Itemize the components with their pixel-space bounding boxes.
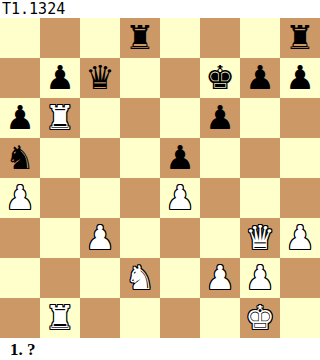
- square-h6[interactable]: [280, 98, 320, 138]
- square-f6[interactable]: ♟: [200, 98, 240, 138]
- black-pawn-piece: ♟: [245, 58, 275, 98]
- square-c8[interactable]: [80, 18, 120, 58]
- square-f3[interactable]: [200, 218, 240, 258]
- square-g5[interactable]: [240, 138, 280, 178]
- square-f8[interactable]: [200, 18, 240, 58]
- square-h2[interactable]: [280, 258, 320, 298]
- square-c4[interactable]: [80, 178, 120, 218]
- chess-board: ♜♜♟♛♚♟♟♟♜♟♞♟♟♟♟♛♟♞♟♟♜♚: [0, 18, 320, 338]
- square-e5[interactable]: ♟: [160, 138, 200, 178]
- black-rook-piece: ♜: [125, 18, 155, 58]
- square-g7[interactable]: ♟: [240, 58, 280, 98]
- black-rook-piece: ♜: [285, 18, 315, 58]
- square-a2[interactable]: [0, 258, 40, 298]
- square-g1[interactable]: ♚: [240, 298, 280, 338]
- white-pawn-piece: ♟: [205, 258, 235, 298]
- black-queen-piece: ♛: [85, 58, 115, 98]
- black-pawn-piece: ♟: [285, 58, 315, 98]
- white-king-piece: ♚: [245, 298, 275, 338]
- square-g4[interactable]: [240, 178, 280, 218]
- square-h8[interactable]: ♜: [280, 18, 320, 58]
- square-d1[interactable]: [120, 298, 160, 338]
- square-c2[interactable]: [80, 258, 120, 298]
- square-g6[interactable]: [240, 98, 280, 138]
- black-knight-piece: ♞: [5, 138, 35, 178]
- square-h7[interactable]: ♟: [280, 58, 320, 98]
- move-prompt: 1. ?: [0, 338, 320, 360]
- square-c3[interactable]: ♟: [80, 218, 120, 258]
- square-b5[interactable]: [40, 138, 80, 178]
- black-king-piece: ♚: [205, 58, 235, 98]
- square-a1[interactable]: [0, 298, 40, 338]
- puzzle-title: T1.1324: [0, 0, 320, 18]
- square-f7[interactable]: ♚: [200, 58, 240, 98]
- square-a3[interactable]: [0, 218, 40, 258]
- square-b3[interactable]: [40, 218, 80, 258]
- square-a6[interactable]: ♟: [0, 98, 40, 138]
- square-e3[interactable]: [160, 218, 200, 258]
- square-a5[interactable]: ♞: [0, 138, 40, 178]
- square-h3[interactable]: ♟: [280, 218, 320, 258]
- square-h4[interactable]: [280, 178, 320, 218]
- square-e7[interactable]: [160, 58, 200, 98]
- square-b4[interactable]: [40, 178, 80, 218]
- square-e4[interactable]: ♟: [160, 178, 200, 218]
- square-f1[interactable]: [200, 298, 240, 338]
- white-pawn-piece: ♟: [165, 178, 195, 218]
- square-d8[interactable]: ♜: [120, 18, 160, 58]
- white-rook-piece: ♜: [45, 298, 75, 338]
- white-queen-piece: ♛: [245, 218, 275, 258]
- square-f4[interactable]: [200, 178, 240, 218]
- square-c1[interactable]: [80, 298, 120, 338]
- square-a7[interactable]: [0, 58, 40, 98]
- square-d7[interactable]: [120, 58, 160, 98]
- square-d5[interactable]: [120, 138, 160, 178]
- black-pawn-piece: ♟: [5, 98, 35, 138]
- square-a4[interactable]: ♟: [0, 178, 40, 218]
- white-pawn-piece: ♟: [85, 218, 115, 258]
- white-pawn-piece: ♟: [245, 258, 275, 298]
- square-a8[interactable]: [0, 18, 40, 58]
- square-g3[interactable]: ♛: [240, 218, 280, 258]
- square-g2[interactable]: ♟: [240, 258, 280, 298]
- white-pawn-piece: ♟: [285, 218, 315, 258]
- square-f2[interactable]: ♟: [200, 258, 240, 298]
- square-d3[interactable]: [120, 218, 160, 258]
- square-b7[interactable]: ♟: [40, 58, 80, 98]
- white-pawn-piece: ♟: [5, 178, 35, 218]
- square-c5[interactable]: [80, 138, 120, 178]
- square-d2[interactable]: ♞: [120, 258, 160, 298]
- white-rook-piece: ♜: [45, 98, 75, 138]
- square-b8[interactable]: [40, 18, 80, 58]
- white-knight-piece: ♞: [125, 258, 155, 298]
- square-d4[interactable]: [120, 178, 160, 218]
- square-c6[interactable]: [80, 98, 120, 138]
- black-pawn-piece: ♟: [165, 138, 195, 178]
- square-g8[interactable]: [240, 18, 280, 58]
- square-d6[interactable]: [120, 98, 160, 138]
- square-c7[interactable]: ♛: [80, 58, 120, 98]
- square-e2[interactable]: [160, 258, 200, 298]
- square-b2[interactable]: [40, 258, 80, 298]
- square-h1[interactable]: [280, 298, 320, 338]
- square-e8[interactable]: [160, 18, 200, 58]
- square-f5[interactable]: [200, 138, 240, 178]
- black-pawn-piece: ♟: [205, 98, 235, 138]
- black-pawn-piece: ♟: [45, 58, 75, 98]
- square-e1[interactable]: [160, 298, 200, 338]
- square-b6[interactable]: ♜: [40, 98, 80, 138]
- square-h5[interactable]: [280, 138, 320, 178]
- square-e6[interactable]: [160, 98, 200, 138]
- square-b1[interactable]: ♜: [40, 298, 80, 338]
